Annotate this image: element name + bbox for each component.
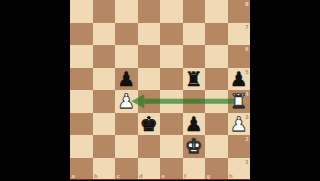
board-bottom-edge-line xyxy=(70,179,250,181)
black-king-d3[interactable]: ♚ xyxy=(138,113,161,136)
white-pawn-h3[interactable]: ♟ xyxy=(228,113,251,136)
square-e7[interactable] xyxy=(160,23,183,46)
rank-label-2: 2 xyxy=(245,136,248,142)
square-b4[interactable] xyxy=(93,90,116,113)
square-d2[interactable] xyxy=(138,135,161,158)
square-b8[interactable] xyxy=(93,0,116,23)
square-e2[interactable] xyxy=(160,135,183,158)
square-a7[interactable] xyxy=(70,23,93,46)
square-a4[interactable] xyxy=(70,90,93,113)
black-pawn-h5[interactable]: ♟ xyxy=(228,68,251,91)
square-a6[interactable] xyxy=(70,45,93,68)
square-b7[interactable] xyxy=(93,23,116,46)
rank-label-8: 8 xyxy=(245,1,248,7)
black-rook-f5[interactable]: ♜ xyxy=(183,68,206,91)
black-pawn-f3[interactable]: ♟ xyxy=(183,113,206,136)
left-letterbox xyxy=(0,0,70,180)
square-f6[interactable] xyxy=(183,45,206,68)
square-c6[interactable] xyxy=(115,45,138,68)
square-a5[interactable] xyxy=(70,68,93,91)
square-f4[interactable] xyxy=(183,90,206,113)
chess-board[interactable]: 87654321abcdefgh♟♜♟♟♜♚♟♟♚ xyxy=(70,0,250,180)
square-b3[interactable] xyxy=(93,113,116,136)
square-f7[interactable] xyxy=(183,23,206,46)
square-c3[interactable] xyxy=(115,113,138,136)
square-g8[interactable] xyxy=(205,0,228,23)
square-b6[interactable] xyxy=(93,45,116,68)
square-g3[interactable] xyxy=(205,113,228,136)
square-a2[interactable] xyxy=(70,135,93,158)
square-c2[interactable] xyxy=(115,135,138,158)
rank-label-1: 1 xyxy=(245,159,248,165)
square-d4[interactable] xyxy=(138,90,161,113)
screenshot-stage: 87654321abcdefgh♟♜♟♟♜♚♟♟♚ xyxy=(0,0,320,180)
rank-label-7: 7 xyxy=(245,24,248,30)
square-f8[interactable] xyxy=(183,0,206,23)
square-c7[interactable] xyxy=(115,23,138,46)
square-d6[interactable] xyxy=(138,45,161,68)
white-rook-h4[interactable]: ♜ xyxy=(228,90,251,113)
square-e6[interactable] xyxy=(160,45,183,68)
square-e3[interactable] xyxy=(160,113,183,136)
square-e5[interactable] xyxy=(160,68,183,91)
square-a3[interactable] xyxy=(70,113,93,136)
square-e8[interactable] xyxy=(160,0,183,23)
square-g4[interactable] xyxy=(205,90,228,113)
white-pawn-c4[interactable]: ♟ xyxy=(115,90,138,113)
rank-label-6: 6 xyxy=(245,46,248,52)
square-c8[interactable] xyxy=(115,0,138,23)
right-letterbox xyxy=(250,0,320,180)
square-b2[interactable] xyxy=(93,135,116,158)
square-g7[interactable] xyxy=(205,23,228,46)
square-g2[interactable] xyxy=(205,135,228,158)
square-g5[interactable] xyxy=(205,68,228,91)
square-b5[interactable] xyxy=(93,68,116,91)
square-e4[interactable] xyxy=(160,90,183,113)
square-g6[interactable] xyxy=(205,45,228,68)
black-pawn-c5[interactable]: ♟ xyxy=(115,68,138,91)
square-d5[interactable] xyxy=(138,68,161,91)
white-king-f2[interactable]: ♚ xyxy=(183,135,206,158)
square-d8[interactable] xyxy=(138,0,161,23)
square-a8[interactable] xyxy=(70,0,93,23)
square-d7[interactable] xyxy=(138,23,161,46)
board-squares xyxy=(70,0,250,180)
